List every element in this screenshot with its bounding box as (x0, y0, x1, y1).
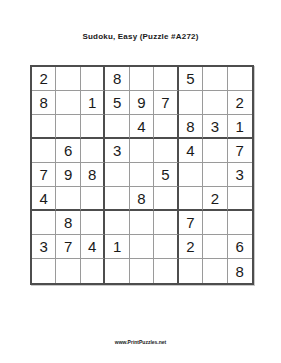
cell-r9c7[interactable] (179, 259, 203, 283)
cell-r1c4[interactable]: 8 (105, 67, 129, 91)
cell-r5c1[interactable]: 7 (32, 163, 56, 187)
cell-r1c7[interactable]: 5 (179, 67, 203, 91)
cell-r7c1[interactable] (32, 211, 56, 235)
cell-r4c4[interactable]: 3 (105, 139, 129, 163)
cell-r9c8[interactable] (203, 259, 227, 283)
cell-r1c6[interactable] (154, 67, 178, 91)
cell-r6c3[interactable] (81, 187, 105, 211)
cell-r9c2[interactable] (56, 259, 80, 283)
cell-r9c4[interactable] (105, 259, 129, 283)
cell-r8c2[interactable]: 7 (56, 235, 80, 259)
cell-r9c5[interactable] (130, 259, 154, 283)
cell-r1c8[interactable] (203, 67, 227, 91)
cell-r3c3[interactable] (81, 115, 105, 139)
cell-r1c1[interactable]: 2 (32, 67, 56, 91)
cell-r7c5[interactable] (130, 211, 154, 235)
cell-r8c1[interactable]: 3 (32, 235, 56, 259)
cell-r8c6[interactable] (154, 235, 178, 259)
cell-r1c5[interactable] (130, 67, 154, 91)
cell-r4c9[interactable]: 7 (228, 139, 252, 163)
cell-r9c1[interactable] (32, 259, 56, 283)
cell-r7c4[interactable] (105, 211, 129, 235)
cell-r3c9[interactable]: 1 (228, 115, 252, 139)
puzzle-title: Sudoku, Easy (Puzzle #A272) (0, 32, 281, 41)
cell-r5c3[interactable]: 8 (81, 163, 105, 187)
cell-r3c6[interactable] (154, 115, 178, 139)
cell-r4c1[interactable] (32, 139, 56, 163)
cell-r4c6[interactable] (154, 139, 178, 163)
cell-r6c7[interactable] (179, 187, 203, 211)
cell-r6c1[interactable]: 4 (32, 187, 56, 211)
cell-r3c5[interactable]: 4 (130, 115, 154, 139)
cell-r7c2[interactable]: 8 (56, 211, 80, 235)
cell-r7c3[interactable] (81, 211, 105, 235)
cell-r7c7[interactable]: 7 (179, 211, 203, 235)
cell-r2c3[interactable]: 1 (81, 91, 105, 115)
cell-r8c8[interactable] (203, 235, 227, 259)
cell-r4c3[interactable] (81, 139, 105, 163)
cell-r4c2[interactable]: 6 (56, 139, 80, 163)
cell-r1c2[interactable] (56, 67, 80, 91)
cell-r5c8[interactable] (203, 163, 227, 187)
cell-r7c9[interactable] (228, 211, 252, 235)
cell-r4c5[interactable] (130, 139, 154, 163)
cell-r6c5[interactable]: 8 (130, 187, 154, 211)
cell-r8c5[interactable] (130, 235, 154, 259)
cell-r6c9[interactable] (228, 187, 252, 211)
cell-r8c7[interactable]: 2 (179, 235, 203, 259)
cell-r2c8[interactable] (203, 91, 227, 115)
cell-r2c4[interactable]: 5 (105, 91, 129, 115)
cell-r2c7[interactable] (179, 91, 203, 115)
cell-r9c3[interactable] (81, 259, 105, 283)
cell-r5c6[interactable]: 5 (154, 163, 178, 187)
cell-r5c5[interactable] (130, 163, 154, 187)
cell-r5c4[interactable] (105, 163, 129, 187)
cell-r8c3[interactable]: 4 (81, 235, 105, 259)
cell-r2c1[interactable]: 8 (32, 91, 56, 115)
cell-r3c4[interactable] (105, 115, 129, 139)
cell-r2c6[interactable]: 7 (154, 91, 178, 115)
cell-r6c8[interactable]: 2 (203, 187, 227, 211)
cell-r2c9[interactable]: 2 (228, 91, 252, 115)
cell-r3c2[interactable] (56, 115, 80, 139)
cell-r8c9[interactable]: 6 (228, 235, 252, 259)
cell-r2c5[interactable]: 9 (130, 91, 154, 115)
cell-r3c1[interactable] (32, 115, 56, 139)
cell-r3c8[interactable]: 3 (203, 115, 227, 139)
cell-r3c7[interactable]: 8 (179, 115, 203, 139)
cell-r1c9[interactable] (228, 67, 252, 91)
cell-r6c4[interactable] (105, 187, 129, 211)
cell-r5c7[interactable] (179, 163, 203, 187)
cell-r9c9[interactable]: 8 (228, 259, 252, 283)
cell-r8c4[interactable]: 1 (105, 235, 129, 259)
cell-r5c9[interactable]: 3 (228, 163, 252, 187)
sudoku-board: 2858159724831634779853482873741268 (30, 65, 254, 285)
cell-r6c6[interactable] (154, 187, 178, 211)
cell-r4c8[interactable] (203, 139, 227, 163)
footer-url: www.PrintPuzzles.net (0, 339, 281, 345)
puzzle-page: Sudoku, Easy (Puzzle #A272) 285815972483… (0, 0, 281, 363)
cell-r7c6[interactable] (154, 211, 178, 235)
cell-r7c8[interactable] (203, 211, 227, 235)
cell-r1c3[interactable] (81, 67, 105, 91)
cell-r6c2[interactable] (56, 187, 80, 211)
cell-r9c6[interactable] (154, 259, 178, 283)
cell-r2c2[interactable] (56, 91, 80, 115)
cell-r5c2[interactable]: 9 (56, 163, 80, 187)
cell-r4c7[interactable]: 4 (179, 139, 203, 163)
